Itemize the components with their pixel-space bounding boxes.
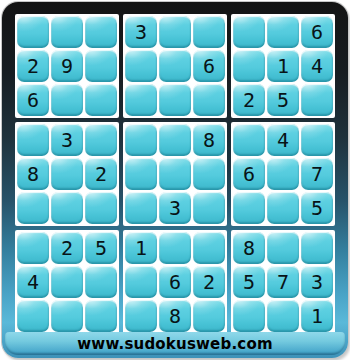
cell-r5c4[interactable] (125, 158, 157, 190)
cell-r2c7[interactable] (233, 50, 265, 82)
cell-r3c6[interactable] (193, 84, 225, 116)
cell-r3c2[interactable] (51, 84, 83, 116)
cell-r6c3[interactable] (85, 192, 117, 224)
cell-r6c7[interactable] (233, 192, 265, 224)
cell-r3c3[interactable] (85, 84, 117, 116)
cell-r3c7[interactable]: 2 (233, 84, 265, 116)
cell-r5c8[interactable] (267, 158, 299, 190)
cell-r4c5[interactable] (159, 124, 191, 156)
cell-r9c3[interactable] (85, 300, 117, 332)
cell-r5c3[interactable]: 2 (85, 158, 117, 190)
cell-r2c6[interactable]: 6 (193, 50, 225, 82)
cell-r3c8[interactable]: 5 (267, 84, 299, 116)
cell-r1c9[interactable]: 6 (301, 16, 333, 48)
cell-r9c1[interactable] (17, 300, 49, 332)
cell-r7c8[interactable] (267, 232, 299, 264)
cell-r8c4[interactable] (125, 266, 157, 298)
cell-r6c1[interactable] (17, 192, 49, 224)
cell-r5c9[interactable]: 7 (301, 158, 333, 190)
cell-r9c4[interactable] (125, 300, 157, 332)
cell-r8c6[interactable]: 2 (193, 266, 225, 298)
cell-r2c1[interactable]: 2 (17, 50, 49, 82)
box-1-3: 61425 (231, 14, 335, 118)
cell-r3c9[interactable] (301, 84, 333, 116)
box-3-2: 1628 (123, 230, 227, 334)
cell-r4c8[interactable]: 4 (267, 124, 299, 156)
cell-r4c6[interactable]: 8 (193, 124, 225, 156)
cell-r2c9[interactable]: 4 (301, 50, 333, 82)
cell-r2c5[interactable] (159, 50, 191, 82)
cell-r8c2[interactable] (51, 266, 83, 298)
cell-r3c4[interactable] (125, 84, 157, 116)
cell-r1c1[interactable] (17, 16, 49, 48)
cell-r1c5[interactable] (159, 16, 191, 48)
box-2-3: 4675 (231, 122, 335, 226)
cell-r8c9[interactable]: 3 (301, 266, 333, 298)
cell-r6c6[interactable] (193, 192, 225, 224)
box-3-3: 85731 (231, 230, 335, 334)
cell-r5c6[interactable] (193, 158, 225, 190)
cell-r9c9[interactable]: 1 (301, 300, 333, 332)
box-1-1: 296 (15, 14, 119, 118)
cell-r5c1[interactable]: 8 (17, 158, 49, 190)
cell-r7c9[interactable] (301, 232, 333, 264)
cell-r6c4[interactable] (125, 192, 157, 224)
cell-r8c3[interactable] (85, 266, 117, 298)
cell-r2c3[interactable] (85, 50, 117, 82)
cell-r7c1[interactable] (17, 232, 49, 264)
cell-r5c7[interactable]: 6 (233, 158, 265, 190)
cell-r9c6[interactable] (193, 300, 225, 332)
cell-r6c8[interactable] (267, 192, 299, 224)
cell-r2c4[interactable] (125, 50, 157, 82)
box-2-2: 83 (123, 122, 227, 226)
cell-r1c3[interactable] (85, 16, 117, 48)
cell-r4c9[interactable] (301, 124, 333, 156)
cell-r7c7[interactable]: 8 (233, 232, 265, 264)
cell-r2c2[interactable]: 9 (51, 50, 83, 82)
box-3-1: 254 (15, 230, 119, 334)
cell-r1c4[interactable]: 3 (125, 16, 157, 48)
cell-r1c2[interactable] (51, 16, 83, 48)
cell-r5c5[interactable] (159, 158, 191, 190)
cell-r1c6[interactable] (193, 16, 225, 48)
cell-r6c2[interactable] (51, 192, 83, 224)
box-1-2: 36 (123, 14, 227, 118)
cell-r8c1[interactable]: 4 (17, 266, 49, 298)
cell-r7c5[interactable] (159, 232, 191, 264)
cell-r7c4[interactable]: 1 (125, 232, 157, 264)
cell-r7c6[interactable] (193, 232, 225, 264)
cell-r8c5[interactable]: 6 (159, 266, 191, 298)
cell-r8c7[interactable]: 5 (233, 266, 265, 298)
cell-r6c5[interactable]: 3 (159, 192, 191, 224)
cell-r4c3[interactable] (85, 124, 117, 156)
sudoku-board: 2963661425382834675254162885731 (15, 14, 335, 334)
cell-r6c9[interactable]: 5 (301, 192, 333, 224)
website-link[interactable]: www.sudokusweb.com (77, 335, 272, 353)
cell-r4c2[interactable]: 3 (51, 124, 83, 156)
sudoku-page: 2963661425382834675254162885731 www.sudo… (0, 0, 350, 360)
footer-bar: www.sudokusweb.com (5, 332, 345, 355)
cell-r1c8[interactable] (267, 16, 299, 48)
cell-r9c7[interactable] (233, 300, 265, 332)
cell-r3c1[interactable]: 6 (17, 84, 49, 116)
cell-r9c8[interactable] (267, 300, 299, 332)
cell-r1c7[interactable] (233, 16, 265, 48)
cell-r7c2[interactable]: 2 (51, 232, 83, 264)
board-frame: 2963661425382834675254162885731 www.sudo… (2, 2, 348, 358)
cell-r9c2[interactable] (51, 300, 83, 332)
cell-r4c7[interactable] (233, 124, 265, 156)
cell-r9c5[interactable]: 8 (159, 300, 191, 332)
box-2-1: 382 (15, 122, 119, 226)
cell-r5c2[interactable] (51, 158, 83, 190)
cell-r3c5[interactable] (159, 84, 191, 116)
cell-r4c1[interactable] (17, 124, 49, 156)
cell-r7c3[interactable]: 5 (85, 232, 117, 264)
cell-r8c8[interactable]: 7 (267, 266, 299, 298)
cell-r2c8[interactable]: 1 (267, 50, 299, 82)
cell-r4c4[interactable] (125, 124, 157, 156)
